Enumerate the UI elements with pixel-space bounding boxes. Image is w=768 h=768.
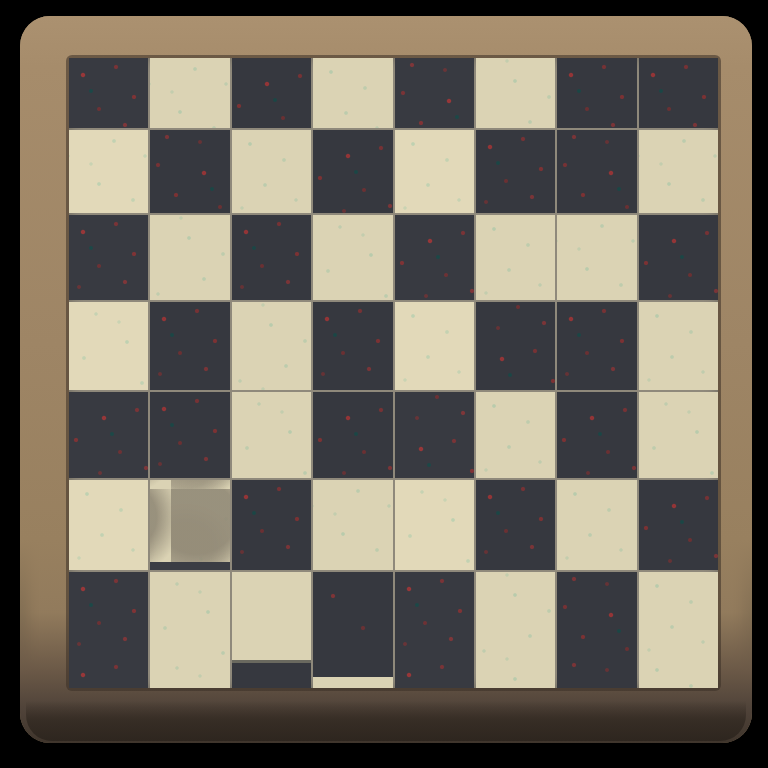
square-g2[interactable] xyxy=(557,480,636,570)
square-d5[interactable] xyxy=(313,215,392,300)
square-a3[interactable] xyxy=(69,392,148,478)
square-h3[interactable] xyxy=(639,392,718,478)
square-g1[interactable] xyxy=(557,572,636,688)
square-b6[interactable] xyxy=(150,130,229,213)
square-f7[interactable] xyxy=(476,58,555,128)
square-h6[interactable] xyxy=(639,130,718,213)
square-c5[interactable] xyxy=(232,215,311,300)
square-h1[interactable] xyxy=(639,572,718,688)
square-c3[interactable] xyxy=(232,392,311,478)
square-h4[interactable] xyxy=(639,302,718,390)
square-a7[interactable] xyxy=(69,58,148,128)
square-g7[interactable] xyxy=(557,58,636,128)
square-g6[interactable] xyxy=(557,130,636,213)
square-b7[interactable] xyxy=(150,58,229,128)
square-e7[interactable] xyxy=(395,58,474,128)
square-f5[interactable] xyxy=(476,215,555,300)
square-a2[interactable] xyxy=(69,480,148,570)
square-h7[interactable] xyxy=(639,58,718,128)
square-c2[interactable] xyxy=(232,480,311,570)
square-b3[interactable] xyxy=(150,392,229,478)
square-d6[interactable] xyxy=(313,130,392,213)
square-a5[interactable] xyxy=(69,215,148,300)
square-b5[interactable] xyxy=(150,215,229,300)
square-c4[interactable] xyxy=(232,302,311,390)
square-e1[interactable] xyxy=(395,572,474,688)
square-g5[interactable] xyxy=(557,215,636,300)
square-d4[interactable] xyxy=(313,302,392,390)
square-e2[interactable] xyxy=(395,480,474,570)
square-a4[interactable] xyxy=(69,302,148,390)
square-a6[interactable] xyxy=(69,130,148,213)
square-b1[interactable] xyxy=(150,572,229,688)
square-e3[interactable] xyxy=(395,392,474,478)
screenshot-canvas xyxy=(0,0,768,768)
square-d3[interactable] xyxy=(313,392,392,478)
square-a1[interactable] xyxy=(69,572,148,688)
square-h5[interactable] xyxy=(639,215,718,300)
square-e5[interactable] xyxy=(395,215,474,300)
square-f6[interactable] xyxy=(476,130,555,213)
square-h2[interactable] xyxy=(639,480,718,570)
square-e6[interactable] xyxy=(395,130,474,213)
square-c7[interactable] xyxy=(232,58,311,128)
checkerboard xyxy=(69,58,718,688)
square-f2[interactable] xyxy=(476,480,555,570)
square-g4[interactable] xyxy=(557,302,636,390)
square-d1[interactable] xyxy=(313,572,392,688)
square-d2[interactable] xyxy=(313,480,392,570)
square-c6[interactable] xyxy=(232,130,311,213)
square-b4[interactable] xyxy=(150,302,229,390)
square-c1[interactable] xyxy=(232,572,311,688)
square-g3[interactable] xyxy=(557,392,636,478)
square-f4[interactable] xyxy=(476,302,555,390)
square-f3[interactable] xyxy=(476,392,555,478)
square-d7[interactable] xyxy=(313,58,392,128)
square-b2[interactable] xyxy=(150,480,229,570)
square-f1[interactable] xyxy=(476,572,555,688)
square-e4[interactable] xyxy=(395,302,474,390)
